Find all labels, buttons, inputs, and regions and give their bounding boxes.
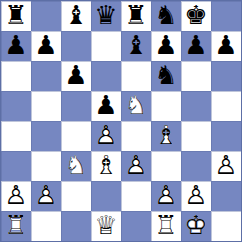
square-b4[interactable] — [31, 121, 61, 151]
glyph-layer-outline: ♖ — [1, 211, 31, 240]
square-f8[interactable]: ♞ — [151, 1, 181, 31]
piece-black-pawn[interactable]: ♟ — [211, 31, 241, 61]
glyph-layer-outline: ♘ — [121, 91, 151, 120]
glyph-layer-outline: ♘ — [61, 151, 91, 180]
square-e7[interactable]: ♝ — [121, 31, 151, 61]
glyph-layer-fill: ♟ — [211, 31, 241, 60]
chess-board: ♜♝♛♜♞♚♟♟♝♟♟♟♟♞♟♞♘♟♙♝♗♞♘♝♗♟♙♟♙♟♙♟♙♟♙♟♙♜♖♛… — [0, 0, 242, 242]
glyph-layer-fill: ♟ — [181, 31, 211, 60]
square-a8[interactable]: ♜ — [1, 1, 31, 31]
square-d2[interactable] — [91, 181, 121, 211]
glyph-layer-outline: ♙ — [181, 181, 211, 210]
piece-black-rook[interactable]: ♜ — [121, 1, 151, 31]
square-c7[interactable] — [61, 31, 91, 61]
piece-black-pawn[interactable]: ♟ — [151, 31, 181, 61]
square-b8[interactable] — [31, 1, 61, 31]
piece-black-bishop[interactable]: ♝ — [121, 31, 151, 61]
square-h5[interactable] — [211, 91, 241, 121]
square-b7[interactable]: ♟ — [31, 31, 61, 61]
piece-black-knight[interactable]: ♞ — [151, 61, 181, 91]
square-d1[interactable]: ♛♕ — [91, 211, 121, 241]
glyph-layer-fill: ♜ — [121, 1, 151, 30]
piece-white-queen[interactable]: ♛♕ — [91, 211, 121, 241]
piece-white-pawn[interactable]: ♟♙ — [31, 181, 61, 211]
square-d6[interactable] — [91, 61, 121, 91]
glyph-layer-fill: ♝ — [61, 1, 91, 30]
square-e2[interactable] — [121, 181, 151, 211]
square-c2[interactable] — [61, 181, 91, 211]
square-g7[interactable]: ♟ — [181, 31, 211, 61]
square-f2[interactable]: ♟♙ — [151, 181, 181, 211]
square-g3[interactable] — [181, 151, 211, 181]
square-c1[interactable] — [61, 211, 91, 241]
square-b6[interactable] — [31, 61, 61, 91]
square-h7[interactable]: ♟ — [211, 31, 241, 61]
glyph-layer-fill: ♟ — [91, 91, 121, 120]
glyph-layer-outline: ♙ — [91, 121, 121, 150]
piece-black-rook[interactable]: ♜ — [1, 1, 31, 31]
glyph-layer-outline: ♙ — [1, 181, 31, 210]
glyph-layer-fill: ♛ — [91, 1, 121, 30]
square-b1[interactable] — [31, 211, 61, 241]
piece-white-pawn[interactable]: ♟♙ — [181, 181, 211, 211]
square-b3[interactable] — [31, 151, 61, 181]
piece-black-pawn[interactable]: ♟ — [181, 31, 211, 61]
piece-white-knight[interactable]: ♞♘ — [61, 151, 91, 181]
glyph-layer-outline: ♗ — [151, 121, 181, 150]
piece-white-bishop[interactable]: ♝♗ — [91, 151, 121, 181]
piece-white-pawn[interactable]: ♟♙ — [1, 181, 31, 211]
square-c5[interactable] — [61, 91, 91, 121]
glyph-layer-outline: ♙ — [211, 151, 241, 180]
square-h1[interactable] — [211, 211, 241, 241]
piece-black-knight[interactable]: ♞ — [151, 1, 181, 31]
piece-black-queen[interactable]: ♛ — [91, 1, 121, 31]
square-h3[interactable]: ♟♙ — [211, 151, 241, 181]
glyph-layer-outline: ♖ — [151, 211, 181, 240]
piece-white-knight[interactable]: ♞♘ — [121, 91, 151, 121]
piece-black-pawn[interactable]: ♟ — [61, 61, 91, 91]
square-a7[interactable]: ♟ — [1, 31, 31, 61]
square-g4[interactable] — [181, 121, 211, 151]
piece-white-pawn[interactable]: ♟♙ — [121, 151, 151, 181]
piece-white-pawn[interactable]: ♟♙ — [211, 151, 241, 181]
square-c4[interactable] — [61, 121, 91, 151]
square-a4[interactable] — [1, 121, 31, 151]
square-a6[interactable] — [1, 61, 31, 91]
glyph-layer-outline: ♔ — [181, 211, 211, 240]
square-d3[interactable]: ♝♗ — [91, 151, 121, 181]
glyph-layer-fill: ♜ — [1, 1, 31, 30]
square-f7[interactable]: ♟ — [151, 31, 181, 61]
piece-black-pawn[interactable]: ♟ — [31, 31, 61, 61]
glyph-layer-fill: ♟ — [1, 31, 31, 60]
square-g8[interactable]: ♚ — [181, 1, 211, 31]
square-f3[interactable] — [151, 151, 181, 181]
square-e6[interactable] — [121, 61, 151, 91]
square-a5[interactable] — [1, 91, 31, 121]
square-g5[interactable] — [181, 91, 211, 121]
glyph-layer-outline: ♕ — [91, 211, 121, 240]
glyph-layer-fill: ♚ — [181, 1, 211, 30]
glyph-layer-fill: ♝ — [121, 31, 151, 60]
square-e8[interactable]: ♜ — [121, 1, 151, 31]
square-d7[interactable] — [91, 31, 121, 61]
piece-white-pawn[interactable]: ♟♙ — [91, 121, 121, 151]
piece-white-pawn[interactable]: ♟♙ — [151, 181, 181, 211]
piece-black-king[interactable]: ♚ — [181, 1, 211, 31]
square-e3[interactable]: ♟♙ — [121, 151, 151, 181]
square-e4[interactable] — [121, 121, 151, 151]
square-h4[interactable] — [211, 121, 241, 151]
square-a1[interactable]: ♜♖ — [1, 211, 31, 241]
glyph-layer-outline: ♗ — [91, 151, 121, 180]
glyph-layer-fill: ♟ — [61, 61, 91, 90]
square-h6[interactable] — [211, 61, 241, 91]
square-f4[interactable]: ♝♗ — [151, 121, 181, 151]
square-d4[interactable]: ♟♙ — [91, 121, 121, 151]
piece-black-bishop[interactable]: ♝ — [61, 1, 91, 31]
piece-white-rook[interactable]: ♜♖ — [151, 211, 181, 241]
square-e5[interactable]: ♞♘ — [121, 91, 151, 121]
piece-white-king[interactable]: ♚♔ — [181, 211, 211, 241]
square-f1[interactable]: ♜♖ — [151, 211, 181, 241]
glyph-layer-fill: ♟ — [31, 31, 61, 60]
glyph-layer-fill: ♞ — [151, 61, 181, 90]
square-d8[interactable]: ♛ — [91, 1, 121, 31]
square-c8[interactable]: ♝ — [61, 1, 91, 31]
glyph-layer-outline: ♙ — [31, 181, 61, 210]
glyph-layer-fill: ♞ — [151, 1, 181, 30]
square-c3[interactable]: ♞♘ — [61, 151, 91, 181]
square-g1[interactable]: ♚♔ — [181, 211, 211, 241]
square-f5[interactable] — [151, 91, 181, 121]
piece-black-pawn[interactable]: ♟ — [1, 31, 31, 61]
square-a3[interactable] — [1, 151, 31, 181]
square-a2[interactable]: ♟♙ — [1, 181, 31, 211]
square-h8[interactable] — [211, 1, 241, 31]
square-h2[interactable] — [211, 181, 241, 211]
piece-white-bishop[interactable]: ♝♗ — [151, 121, 181, 151]
square-b5[interactable] — [31, 91, 61, 121]
glyph-layer-fill: ♟ — [151, 31, 181, 60]
piece-black-pawn[interactable]: ♟ — [91, 91, 121, 121]
glyph-layer-outline: ♙ — [151, 181, 181, 210]
square-b2[interactable]: ♟♙ — [31, 181, 61, 211]
glyph-layer-outline: ♙ — [121, 151, 151, 180]
square-d5[interactable]: ♟ — [91, 91, 121, 121]
square-e1[interactable] — [121, 211, 151, 241]
square-c6[interactable]: ♟ — [61, 61, 91, 91]
square-f6[interactable]: ♞ — [151, 61, 181, 91]
piece-white-rook[interactable]: ♜♖ — [1, 211, 31, 241]
square-g6[interactable] — [181, 61, 211, 91]
square-g2[interactable]: ♟♙ — [181, 181, 211, 211]
